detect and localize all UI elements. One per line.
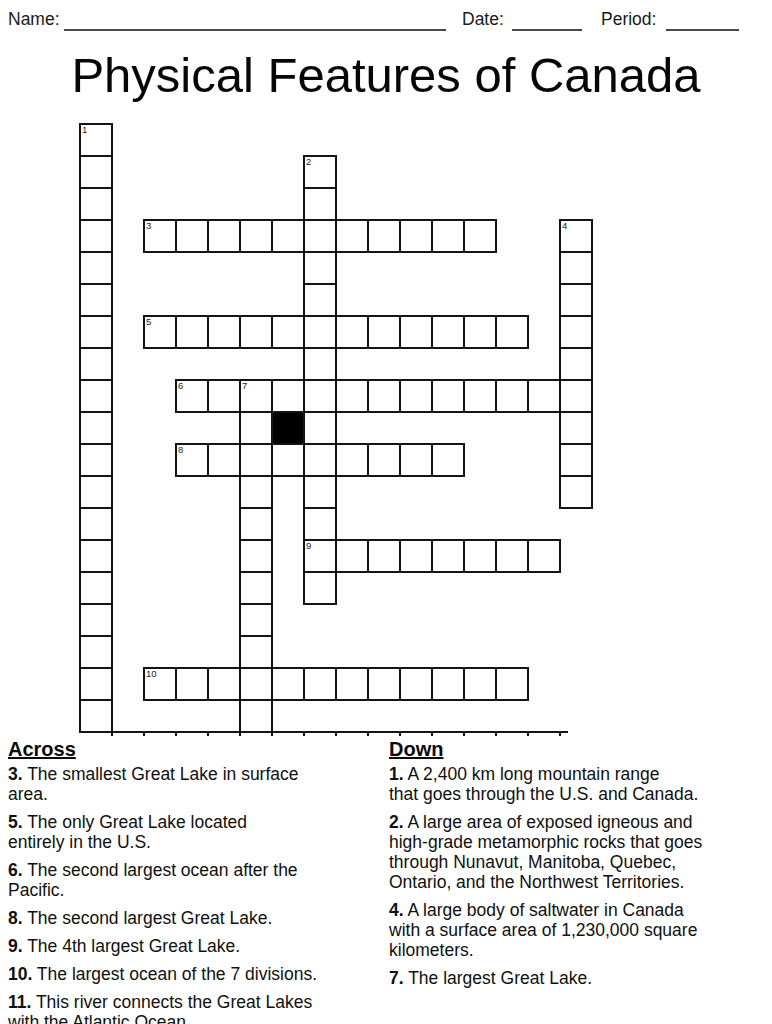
- cell-r1c0[interactable]: [80, 156, 112, 188]
- cell-r8c7[interactable]: [304, 380, 336, 412]
- cell-r13c13[interactable]: [496, 540, 528, 572]
- cell-r13c7[interactable]: 9: [304, 540, 336, 572]
- cell-r18c0[interactable]: [80, 700, 112, 732]
- clue-number-label: 1.: [389, 764, 404, 784]
- cell-r10c11[interactable]: [432, 444, 464, 476]
- cell-r4c15[interactable]: [560, 252, 592, 284]
- cell-r17c13[interactable]: [496, 668, 528, 700]
- cell-r17c11[interactable]: [432, 668, 464, 700]
- clue-number-label: 5.: [8, 812, 23, 832]
- date-blank-line[interactable]: [512, 9, 582, 31]
- cell-r13c11[interactable]: [432, 540, 464, 572]
- cell-r6c5[interactable]: [240, 316, 272, 348]
- cell-r4c7[interactable]: [304, 252, 336, 284]
- cell-r3c6[interactable]: [272, 220, 304, 252]
- cell-r3c11[interactable]: [432, 220, 464, 252]
- clipped-row-tick: [431, 732, 433, 736]
- cell-r2c0[interactable]: [80, 188, 112, 220]
- clue-text-line: The largest ocean of the 7 divisions.: [32, 964, 317, 984]
- cell-r4c0[interactable]: [80, 252, 112, 284]
- date-label: Date:: [462, 9, 504, 30]
- period-label: Period:: [601, 9, 656, 30]
- cell-r17c12[interactable]: [464, 668, 496, 700]
- clipped-row-tick: [207, 732, 209, 736]
- down-clue-4: 4. A large body of saltwater in Canadawi…: [389, 900, 763, 960]
- crossword-grid-area: 12345678910: [80, 124, 592, 732]
- cell-r6c11[interactable]: [432, 316, 464, 348]
- black-cell-r9c6: [272, 412, 304, 444]
- clipped-row-tick: [175, 732, 177, 736]
- cell-r16c0[interactable]: [80, 636, 112, 668]
- cell-r8c4[interactable]: [208, 380, 240, 412]
- clue-text-line: The second largest ocean after the: [23, 860, 298, 880]
- clue-text-line: high-grade metamorphic rocks that goes: [389, 832, 702, 852]
- cell-r17c6[interactable]: [272, 668, 304, 700]
- down-clue-1: 1. A 2,400 km long mountain rangethat go…: [389, 764, 763, 804]
- cell-r13c0[interactable]: [80, 540, 112, 572]
- clue-number-label: 8.: [8, 908, 23, 928]
- cell-r3c3[interactable]: [176, 220, 208, 252]
- clue-number-1: 1: [82, 124, 87, 135]
- cell-r12c5[interactable]: [240, 508, 272, 540]
- clipped-row-tick: [399, 732, 401, 736]
- cell-r6c13[interactable]: [496, 316, 528, 348]
- crossword-grid: 12345678910: [80, 124, 592, 732]
- clue-text-line: area.: [8, 784, 48, 804]
- down-clue-7: 7. The largest Great Lake.: [389, 968, 763, 988]
- clue-number-label: 11.: [8, 992, 31, 1012]
- clue-text-line: through Nunavut, Manitoba, Quebec,: [389, 852, 676, 872]
- across-clue-list: 3. The smallest Great Lake in surfaceare…: [8, 764, 368, 1024]
- clue-number-label: 9.: [8, 936, 23, 956]
- clue-number-2: 2: [306, 156, 311, 167]
- cell-r17c4[interactable]: [208, 668, 240, 700]
- cell-r17c2[interactable]: 10: [144, 668, 176, 700]
- cell-r5c0[interactable]: [80, 284, 112, 316]
- across-clue-9: 9. The 4th largest Great Lake.: [8, 936, 368, 956]
- clue-number-label: 3.: [8, 764, 23, 784]
- clipped-row-tick: [559, 732, 561, 736]
- clue-text-line: The second largest Great Lake.: [23, 908, 273, 928]
- cell-r3c2[interactable]: 3: [144, 220, 176, 252]
- cell-r6c6[interactable]: [272, 316, 304, 348]
- clue-text-line: with the Atlantic Ocean.: [8, 1012, 191, 1024]
- cell-r8c9[interactable]: [368, 380, 400, 412]
- cell-r8c13[interactable]: [496, 380, 528, 412]
- cell-r3c10[interactable]: [400, 220, 432, 252]
- clue-text-line: A large body of saltwater in Canada: [404, 900, 684, 920]
- cell-r8c0[interactable]: [80, 380, 112, 412]
- across-clue-3: 3. The smallest Great Lake in surfaceare…: [8, 764, 368, 804]
- cell-r3c7[interactable]: [304, 220, 336, 252]
- cell-r10c4[interactable]: [208, 444, 240, 476]
- clipped-row-tick: [239, 732, 241, 736]
- cell-r9c5[interactable]: [240, 412, 272, 444]
- clue-number-label: 7.: [389, 968, 404, 988]
- clue-number-label: 2.: [389, 812, 404, 832]
- clipped-row-tick: [335, 732, 337, 736]
- cell-r18c5[interactable]: [240, 700, 272, 732]
- clue-text-line: with a surface area of 1,230,000 square: [389, 920, 697, 940]
- cell-r13c8[interactable]: [336, 540, 368, 572]
- across-clue-8: 8. The second largest Great Lake.: [8, 908, 368, 928]
- cell-r17c5[interactable]: [240, 668, 272, 700]
- clue-text-line: The largest Great Lake.: [404, 968, 592, 988]
- cell-r11c0[interactable]: [80, 476, 112, 508]
- cell-r3c15[interactable]: 4: [560, 220, 592, 252]
- clue-text-line: The only Great Lake located: [23, 812, 247, 832]
- cell-r6c4[interactable]: [208, 316, 240, 348]
- cell-r8c6[interactable]: [272, 380, 304, 412]
- cell-r6c2[interactable]: 5: [144, 316, 176, 348]
- clue-number-6: 6: [178, 380, 183, 391]
- cell-r6c15[interactable]: [560, 316, 592, 348]
- cell-r3c4[interactable]: [208, 220, 240, 252]
- clue-number-3: 3: [146, 220, 151, 231]
- clue-text-line: The smallest Great Lake in surface: [23, 764, 299, 784]
- cell-r5c15[interactable]: [560, 284, 592, 316]
- cell-r11c5[interactable]: [240, 476, 272, 508]
- cell-r9c15[interactable]: [560, 412, 592, 444]
- clue-number-7: 7: [242, 380, 247, 391]
- clipped-row-tick: [271, 732, 273, 736]
- cell-r17c0[interactable]: [80, 668, 112, 700]
- cell-r15c5[interactable]: [240, 604, 272, 636]
- clue-number-label: 6.: [8, 860, 23, 880]
- cell-r8c3[interactable]: 6: [176, 380, 208, 412]
- cell-r17c10[interactable]: [400, 668, 432, 700]
- cell-r7c0[interactable]: [80, 348, 112, 380]
- name-blank-line[interactable]: [64, 9, 446, 31]
- clipped-row-tick: [495, 732, 497, 736]
- cell-r10c5[interactable]: [240, 444, 272, 476]
- cell-r12c0[interactable]: [80, 508, 112, 540]
- cell-r11c7[interactable]: [304, 476, 336, 508]
- cell-r6c8[interactable]: [336, 316, 368, 348]
- cell-r6c3[interactable]: [176, 316, 208, 348]
- clue-text-line: that goes through the U.S. and Canada.: [389, 784, 698, 804]
- clipped-row-tick: [463, 732, 465, 736]
- cell-r10c6[interactable]: [272, 444, 304, 476]
- cell-r3c9[interactable]: [368, 220, 400, 252]
- clue-text-line: Ontario, and the Northwest Territories.: [389, 872, 684, 892]
- cell-r8c8[interactable]: [336, 380, 368, 412]
- cell-r17c3[interactable]: [176, 668, 208, 700]
- cell-r7c7[interactable]: [304, 348, 336, 380]
- cell-r12c7[interactable]: [304, 508, 336, 540]
- clue-number-9: 9: [306, 540, 311, 551]
- clipped-row-tick: [143, 732, 145, 736]
- cell-r5c7[interactable]: [304, 284, 336, 316]
- clipped-row-tick: [303, 732, 305, 736]
- cell-r10c7[interactable]: [304, 444, 336, 476]
- cell-r11c15[interactable]: [560, 476, 592, 508]
- clue-text-line: A 2,400 km long mountain range: [404, 764, 660, 784]
- cell-r6c10[interactable]: [400, 316, 432, 348]
- across-clue-10: 10. The largest ocean of the 7 divisions…: [8, 964, 368, 984]
- cell-r14c7[interactable]: [304, 572, 336, 604]
- cell-r8c15[interactable]: [560, 380, 592, 412]
- cell-r6c12[interactable]: [464, 316, 496, 348]
- cell-r8c11[interactable]: [432, 380, 464, 412]
- cell-r8c5[interactable]: 7: [240, 380, 272, 412]
- cell-r9c0[interactable]: [80, 412, 112, 444]
- cell-r14c5[interactable]: [240, 572, 272, 604]
- across-clue-6: 6. The second largest ocean after thePac…: [8, 860, 368, 900]
- cell-r13c10[interactable]: [400, 540, 432, 572]
- period-blank-line[interactable]: [666, 9, 739, 31]
- down-clue-2: 2. A large area of exposed igneous andhi…: [389, 812, 763, 892]
- clue-text-line: kilometers.: [389, 940, 474, 960]
- name-label: Name:: [8, 9, 60, 30]
- cell-r2c7[interactable]: [304, 188, 336, 220]
- clipped-row-tick: [527, 732, 529, 736]
- clue-number-5: 5: [146, 316, 151, 327]
- cell-r10c3[interactable]: 8: [176, 444, 208, 476]
- cell-r8c14[interactable]: [528, 380, 560, 412]
- clue-number-4: 4: [562, 220, 567, 231]
- cell-r9c7[interactable]: [304, 412, 336, 444]
- cell-r3c12[interactable]: [464, 220, 496, 252]
- cell-r17c9[interactable]: [368, 668, 400, 700]
- cell-r17c7[interactable]: [304, 668, 336, 700]
- clue-text-line: A large area of exposed igneous and: [404, 812, 693, 832]
- cell-r14c0[interactable]: [80, 572, 112, 604]
- cell-r10c9[interactable]: [368, 444, 400, 476]
- cell-r15c0[interactable]: [80, 604, 112, 636]
- cell-r0c0[interactable]: 1: [80, 124, 112, 156]
- cell-r10c15[interactable]: [560, 444, 592, 476]
- down-clues-section: Down 1. A 2,400 km long mountain rangeth…: [389, 739, 763, 996]
- clue-text-line: The 4th largest Great Lake.: [23, 936, 241, 956]
- across-clues-section: Across 3. The smallest Great Lake in sur…: [8, 739, 368, 1024]
- cell-r10c8[interactable]: [336, 444, 368, 476]
- cell-r13c9[interactable]: [368, 540, 400, 572]
- cell-r7c15[interactable]: [560, 348, 592, 380]
- cell-r10c10[interactable]: [400, 444, 432, 476]
- cell-r13c14[interactable]: [528, 540, 560, 572]
- across-clue-5: 5. The only Great Lake locatedentirely i…: [8, 812, 368, 852]
- cell-r6c7[interactable]: [304, 316, 336, 348]
- clue-number-label: 10.: [8, 964, 32, 984]
- across-clue-11: 11. This river connects the Great Lakesw…: [8, 992, 368, 1024]
- cell-r3c8[interactable]: [336, 220, 368, 252]
- clue-number-8: 8: [178, 444, 183, 455]
- cell-r17c8[interactable]: [336, 668, 368, 700]
- cell-r10c0[interactable]: [80, 444, 112, 476]
- cell-r6c0[interactable]: [80, 316, 112, 348]
- clipped-row-tick: [111, 732, 113, 736]
- clue-text-line: This river connects the Great Lakes: [31, 992, 312, 1012]
- clue-text-line: entirely in the U.S.: [8, 832, 151, 852]
- cell-r3c5[interactable]: [240, 220, 272, 252]
- clipped-row-tick: [367, 732, 369, 736]
- clue-number-10: 10: [146, 668, 157, 679]
- cell-r13c5[interactable]: [240, 540, 272, 572]
- page-title: Physical Features of Canada: [0, 47, 772, 103]
- cell-r8c12[interactable]: [464, 380, 496, 412]
- cell-r6c9[interactable]: [368, 316, 400, 348]
- cell-r3c0[interactable]: [80, 220, 112, 252]
- cell-r13c12[interactable]: [464, 540, 496, 572]
- cell-r1c7[interactable]: 2: [304, 156, 336, 188]
- down-heading: Down: [389, 739, 763, 759]
- down-clue-list: 1. A 2,400 km long mountain rangethat go…: [389, 764, 763, 988]
- cell-r16c5[interactable]: [240, 636, 272, 668]
- across-heading: Across: [8, 739, 368, 759]
- cell-r8c10[interactable]: [400, 380, 432, 412]
- clue-number-label: 4.: [389, 900, 404, 920]
- clue-text-line: Pacific.: [8, 880, 64, 900]
